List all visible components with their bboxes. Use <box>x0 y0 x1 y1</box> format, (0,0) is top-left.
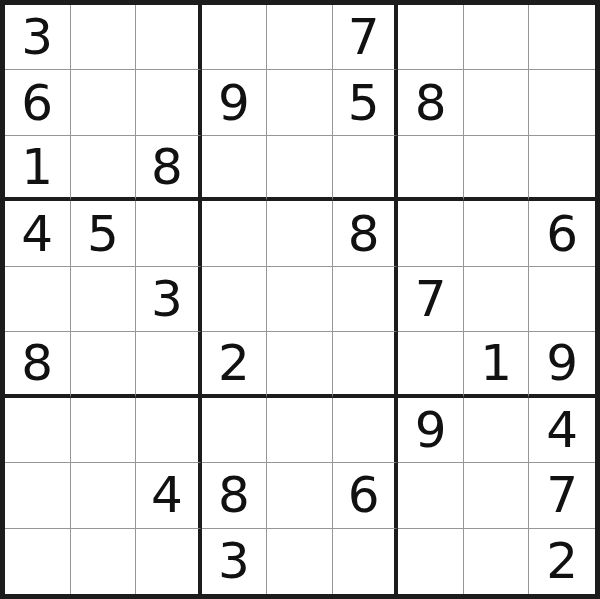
cell-r4c4-empty[interactable] <box>202 201 268 266</box>
cell-r6c9-given: 9 <box>529 332 595 397</box>
cell-r2c2-empty[interactable] <box>71 70 137 135</box>
cell-r5c5-empty[interactable] <box>267 267 333 332</box>
cell-r7c7-given: 9 <box>398 398 464 463</box>
cell-r5c3-given: 3 <box>136 267 202 332</box>
cell-r3c4-empty[interactable] <box>202 136 268 201</box>
cell-r4c6-given: 8 <box>333 201 399 266</box>
cell-r6c6-empty[interactable] <box>333 332 399 397</box>
sudoku-board: 37695818458637821994486732 <box>0 0 600 599</box>
cell-r2c3-empty[interactable] <box>136 70 202 135</box>
cell-r7c1-empty[interactable] <box>5 398 71 463</box>
cell-r2c7-given: 8 <box>398 70 464 135</box>
cell-r1c8-empty[interactable] <box>464 5 530 70</box>
cell-r6c5-empty[interactable] <box>267 332 333 397</box>
cell-r4c7-empty[interactable] <box>398 201 464 266</box>
cell-r8c2-empty[interactable] <box>71 463 137 528</box>
cell-r1c5-empty[interactable] <box>267 5 333 70</box>
cell-r5c4-empty[interactable] <box>202 267 268 332</box>
cell-r2c9-empty[interactable] <box>529 70 595 135</box>
cell-r2c8-empty[interactable] <box>464 70 530 135</box>
cell-r6c7-empty[interactable] <box>398 332 464 397</box>
cell-r4c1-given: 4 <box>5 201 71 266</box>
cell-r3c2-empty[interactable] <box>71 136 137 201</box>
cell-r3c8-empty[interactable] <box>464 136 530 201</box>
cell-r7c5-empty[interactable] <box>267 398 333 463</box>
cell-r6c8-given: 1 <box>464 332 530 397</box>
cell-r9c2-empty[interactable] <box>71 529 137 594</box>
cell-r8c1-empty[interactable] <box>5 463 71 528</box>
cell-r1c2-empty[interactable] <box>71 5 137 70</box>
cell-r9c6-empty[interactable] <box>333 529 399 594</box>
cell-r1c7-empty[interactable] <box>398 5 464 70</box>
cell-r8c3-given: 4 <box>136 463 202 528</box>
cell-r5c8-empty[interactable] <box>464 267 530 332</box>
cell-r1c6-given: 7 <box>333 5 399 70</box>
cell-r2c6-given: 5 <box>333 70 399 135</box>
cell-r9c3-empty[interactable] <box>136 529 202 594</box>
cell-r3c5-empty[interactable] <box>267 136 333 201</box>
cell-r7c4-empty[interactable] <box>202 398 268 463</box>
cell-r8c4-given: 8 <box>202 463 268 528</box>
cell-r7c3-empty[interactable] <box>136 398 202 463</box>
cell-r3c7-empty[interactable] <box>398 136 464 201</box>
cell-r2c5-empty[interactable] <box>267 70 333 135</box>
cell-r9c5-empty[interactable] <box>267 529 333 594</box>
cell-r5c1-empty[interactable] <box>5 267 71 332</box>
cell-r2c4-given: 9 <box>202 70 268 135</box>
cell-r5c6-empty[interactable] <box>333 267 399 332</box>
cell-r8c9-given: 7 <box>529 463 595 528</box>
cell-r7c6-empty[interactable] <box>333 398 399 463</box>
cell-r3c6-empty[interactable] <box>333 136 399 201</box>
cell-r8c7-empty[interactable] <box>398 463 464 528</box>
cell-r6c2-empty[interactable] <box>71 332 137 397</box>
cell-r8c6-given: 6 <box>333 463 399 528</box>
cell-r9c4-given: 3 <box>202 529 268 594</box>
cell-r6c4-given: 2 <box>202 332 268 397</box>
cell-r9c7-empty[interactable] <box>398 529 464 594</box>
cell-r5c2-empty[interactable] <box>71 267 137 332</box>
cell-r9c9-given: 2 <box>529 529 595 594</box>
cell-r5c9-empty[interactable] <box>529 267 595 332</box>
cell-r5c7-given: 7 <box>398 267 464 332</box>
cell-r4c3-empty[interactable] <box>136 201 202 266</box>
cell-r1c3-empty[interactable] <box>136 5 202 70</box>
cell-r6c3-empty[interactable] <box>136 332 202 397</box>
cell-r3c9-empty[interactable] <box>529 136 595 201</box>
cell-r1c4-empty[interactable] <box>202 5 268 70</box>
cell-r1c9-empty[interactable] <box>529 5 595 70</box>
cell-r4c5-empty[interactable] <box>267 201 333 266</box>
cell-r9c8-empty[interactable] <box>464 529 530 594</box>
cell-r8c8-empty[interactable] <box>464 463 530 528</box>
sudoku-grid: 37695818458637821994486732 <box>5 5 595 594</box>
cell-r9c1-empty[interactable] <box>5 529 71 594</box>
cell-r7c9-given: 4 <box>529 398 595 463</box>
cell-r4c8-empty[interactable] <box>464 201 530 266</box>
cell-r3c1-given: 1 <box>5 136 71 201</box>
cell-r1c1-given: 3 <box>5 5 71 70</box>
cell-r7c8-empty[interactable] <box>464 398 530 463</box>
cell-r4c9-given: 6 <box>529 201 595 266</box>
cell-r7c2-empty[interactable] <box>71 398 137 463</box>
cell-r2c1-given: 6 <box>5 70 71 135</box>
cell-r8c5-empty[interactable] <box>267 463 333 528</box>
cell-r4c2-given: 5 <box>71 201 137 266</box>
cell-r3c3-given: 8 <box>136 136 202 201</box>
cell-r6c1-given: 8 <box>5 332 71 397</box>
